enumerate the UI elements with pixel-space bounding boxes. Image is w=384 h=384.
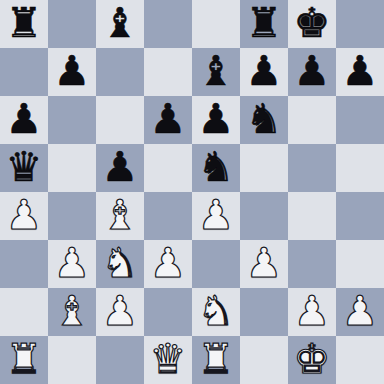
square-a4[interactable]: ♟: [0, 192, 48, 240]
square-g3[interactable]: [288, 240, 336, 288]
square-f3[interactable]: ♟: [240, 240, 288, 288]
black-king[interactable]: ♚: [288, 0, 336, 48]
square-e4[interactable]: ♟: [192, 192, 240, 240]
square-c8[interactable]: ♝: [96, 0, 144, 48]
square-h7[interactable]: ♟: [336, 48, 384, 96]
square-e7[interactable]: ♝: [192, 48, 240, 96]
square-g2[interactable]: ♟: [288, 288, 336, 336]
square-b8[interactable]: [48, 0, 96, 48]
square-e1[interactable]: ♜: [192, 336, 240, 384]
black-pawn[interactable]: ♟: [144, 96, 192, 144]
square-c4[interactable]: ♝: [96, 192, 144, 240]
white-bishop[interactable]: ♝: [48, 288, 96, 336]
white-pawn[interactable]: ♟: [288, 288, 336, 336]
square-f1[interactable]: [240, 336, 288, 384]
square-d1[interactable]: ♛: [144, 336, 192, 384]
square-g5[interactable]: [288, 144, 336, 192]
square-a8[interactable]: ♜: [0, 0, 48, 48]
square-g4[interactable]: [288, 192, 336, 240]
white-rook[interactable]: ♜: [0, 336, 48, 384]
square-h4[interactable]: [336, 192, 384, 240]
square-e2[interactable]: ♞: [192, 288, 240, 336]
square-c1[interactable]: [96, 336, 144, 384]
white-knight[interactable]: ♞: [96, 240, 144, 288]
square-f7[interactable]: ♟: [240, 48, 288, 96]
square-e5[interactable]: ♞: [192, 144, 240, 192]
square-b1[interactable]: [48, 336, 96, 384]
black-pawn[interactable]: ♟: [288, 48, 336, 96]
square-b6[interactable]: [48, 96, 96, 144]
white-pawn[interactable]: ♟: [0, 192, 48, 240]
white-bishop[interactable]: ♝: [96, 192, 144, 240]
black-pawn[interactable]: ♟: [96, 144, 144, 192]
square-f6[interactable]: ♞: [240, 96, 288, 144]
square-c5[interactable]: ♟: [96, 144, 144, 192]
square-h1[interactable]: [336, 336, 384, 384]
white-queen[interactable]: ♛: [144, 336, 192, 384]
white-rook[interactable]: ♜: [192, 336, 240, 384]
black-bishop[interactable]: ♝: [96, 0, 144, 48]
square-d7[interactable]: [144, 48, 192, 96]
square-a5[interactable]: ♛: [0, 144, 48, 192]
black-queen[interactable]: ♛: [0, 144, 48, 192]
black-knight[interactable]: ♞: [192, 144, 240, 192]
black-rook[interactable]: ♜: [0, 0, 48, 48]
white-knight[interactable]: ♞: [192, 288, 240, 336]
chess-board: ♜♝♜♚♟♝♟♟♟♟♟♟♞♛♟♞♟♝♟♟♞♟♟♝♟♞♟♟♜♛♜♚: [0, 0, 384, 384]
square-a3[interactable]: [0, 240, 48, 288]
square-d5[interactable]: [144, 144, 192, 192]
square-a2[interactable]: [0, 288, 48, 336]
black-pawn[interactable]: ♟: [48, 48, 96, 96]
square-e6[interactable]: ♟: [192, 96, 240, 144]
square-h3[interactable]: [336, 240, 384, 288]
square-a6[interactable]: ♟: [0, 96, 48, 144]
black-pawn[interactable]: ♟: [192, 96, 240, 144]
square-d3[interactable]: ♟: [144, 240, 192, 288]
square-c3[interactable]: ♞: [96, 240, 144, 288]
white-pawn[interactable]: ♟: [192, 192, 240, 240]
black-rook[interactable]: ♜: [240, 0, 288, 48]
white-pawn[interactable]: ♟: [48, 240, 96, 288]
square-b2[interactable]: ♝: [48, 288, 96, 336]
square-f2[interactable]: [240, 288, 288, 336]
square-b4[interactable]: [48, 192, 96, 240]
square-d2[interactable]: [144, 288, 192, 336]
square-h6[interactable]: [336, 96, 384, 144]
square-h5[interactable]: [336, 144, 384, 192]
square-b7[interactable]: ♟: [48, 48, 96, 96]
square-c7[interactable]: [96, 48, 144, 96]
square-d6[interactable]: ♟: [144, 96, 192, 144]
square-h2[interactable]: ♟: [336, 288, 384, 336]
square-f8[interactable]: ♜: [240, 0, 288, 48]
square-b5[interactable]: [48, 144, 96, 192]
black-pawn[interactable]: ♟: [0, 96, 48, 144]
black-pawn[interactable]: ♟: [240, 48, 288, 96]
square-a7[interactable]: [0, 48, 48, 96]
white-pawn[interactable]: ♟: [144, 240, 192, 288]
square-d4[interactable]: [144, 192, 192, 240]
square-g1[interactable]: ♚: [288, 336, 336, 384]
black-knight[interactable]: ♞: [240, 96, 288, 144]
square-g7[interactable]: ♟: [288, 48, 336, 96]
white-pawn[interactable]: ♟: [336, 288, 384, 336]
black-bishop[interactable]: ♝: [192, 48, 240, 96]
square-e3[interactable]: [192, 240, 240, 288]
square-b3[interactable]: ♟: [48, 240, 96, 288]
square-c6[interactable]: [96, 96, 144, 144]
square-g8[interactable]: ♚: [288, 0, 336, 48]
white-pawn[interactable]: ♟: [96, 288, 144, 336]
square-g6[interactable]: [288, 96, 336, 144]
square-d8[interactable]: [144, 0, 192, 48]
white-king[interactable]: ♚: [288, 336, 336, 384]
square-a1[interactable]: ♜: [0, 336, 48, 384]
white-pawn[interactable]: ♟: [240, 240, 288, 288]
square-f4[interactable]: [240, 192, 288, 240]
square-h8[interactable]: [336, 0, 384, 48]
black-pawn[interactable]: ♟: [336, 48, 384, 96]
square-c2[interactable]: ♟: [96, 288, 144, 336]
square-e8[interactable]: [192, 0, 240, 48]
square-f5[interactable]: [240, 144, 288, 192]
